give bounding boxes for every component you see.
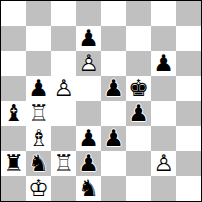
square-d4[interactable] [76,101,101,126]
square-e1[interactable] [101,176,126,201]
square-b5[interactable]: ♟ [26,76,51,101]
square-d8[interactable] [76,1,101,26]
square-g1[interactable] [151,176,176,201]
square-e7[interactable] [101,26,126,51]
square-f1[interactable] [126,176,151,201]
square-a2[interactable]: ♜ [1,151,26,176]
square-d2[interactable]: ♟ [76,151,101,176]
black-pawn-g6-icon: ♟ [151,51,176,76]
square-d3[interactable]: ♟ [76,126,101,151]
square-h6[interactable] [176,51,201,76]
square-e6[interactable] [101,51,126,76]
square-f7[interactable] [126,26,151,51]
square-c8[interactable] [51,1,76,26]
square-e3[interactable]: ♟ [101,126,126,151]
square-b4[interactable]: ♜♖ [26,101,51,126]
white-rook-c2-icon: ♜♖ [51,151,76,176]
square-f8[interactable] [126,1,151,26]
black-pawn-b5-icon: ♟ [26,76,51,101]
square-h8[interactable] [176,1,201,26]
black-pawn-d7-icon: ♟ [76,26,101,51]
square-g4[interactable] [151,101,176,126]
square-a8[interactable] [1,1,26,26]
square-b3[interactable]: ♝♗ [26,126,51,151]
square-d1[interactable]: ♞ [76,176,101,201]
square-f4[interactable]: ♟ [126,101,151,126]
white-pawn-g2-icon: ♟♙ [151,151,176,176]
square-g8[interactable] [151,1,176,26]
square-c5[interactable]: ♟♙ [51,76,76,101]
black-pawn-d3-icon: ♟ [76,126,101,151]
square-a4[interactable]: ♝ [1,101,26,126]
black-knight-d1-icon: ♞ [76,176,101,201]
square-h7[interactable] [176,26,201,51]
black-rook-a2-icon: ♜ [1,151,26,176]
black-knight-b2-icon: ♞ [26,151,51,176]
square-c3[interactable] [51,126,76,151]
square-h2[interactable] [176,151,201,176]
square-h1[interactable] [176,176,201,201]
black-pawn-d2-icon: ♟ [76,151,101,176]
square-g2[interactable]: ♟♙ [151,151,176,176]
square-c7[interactable] [51,26,76,51]
square-d5[interactable] [76,76,101,101]
square-g5[interactable] [151,76,176,101]
square-c2[interactable]: ♜♖ [51,151,76,176]
square-a3[interactable] [1,126,26,151]
square-g3[interactable] [151,126,176,151]
square-f3[interactable] [126,126,151,151]
square-e5[interactable]: ♟ [101,76,126,101]
square-f2[interactable] [126,151,151,176]
square-a5[interactable] [1,76,26,101]
square-b1[interactable]: ♚♔ [26,176,51,201]
black-pawn-e5-icon: ♟ [101,76,126,101]
square-g6[interactable]: ♟ [151,51,176,76]
white-pawn-d6-icon: ♟♙ [76,51,101,76]
square-e2[interactable] [101,151,126,176]
square-h4[interactable] [176,101,201,126]
square-c1[interactable] [51,176,76,201]
black-pawn-f4-icon: ♟ [126,101,151,126]
square-e8[interactable] [101,1,126,26]
square-h3[interactable] [176,126,201,151]
square-f6[interactable] [126,51,151,76]
square-b2[interactable]: ♞ [26,151,51,176]
white-pawn-c5-icon: ♟♙ [51,76,76,101]
white-king-b1-icon: ♚♔ [26,176,51,201]
black-bishop-a4-icon: ♝ [1,101,26,126]
square-a7[interactable] [1,26,26,51]
square-d6[interactable]: ♟♙ [76,51,101,76]
black-pawn-e3-icon: ♟ [101,126,126,151]
square-c6[interactable] [51,51,76,76]
square-b8[interactable] [26,1,51,26]
square-f5[interactable]: ♚ [126,76,151,101]
white-bishop-b3-icon: ♝♗ [26,126,51,151]
square-e4[interactable] [101,101,126,126]
chess-board: ♟♟♙♟♟♟♙♟♚♝♜♖♟♝♗♟♟♜♞♜♖♟♟♙♚♔♞ [0,0,202,202]
square-a6[interactable] [1,51,26,76]
square-b6[interactable] [26,51,51,76]
square-g7[interactable] [151,26,176,51]
square-b7[interactable] [26,26,51,51]
black-king-f5-icon: ♚ [126,76,151,101]
square-a1[interactable] [1,176,26,201]
square-h5[interactable] [176,76,201,101]
square-d7[interactable]: ♟ [76,26,101,51]
square-c4[interactable] [51,101,76,126]
white-rook-b4-icon: ♜♖ [26,101,51,126]
